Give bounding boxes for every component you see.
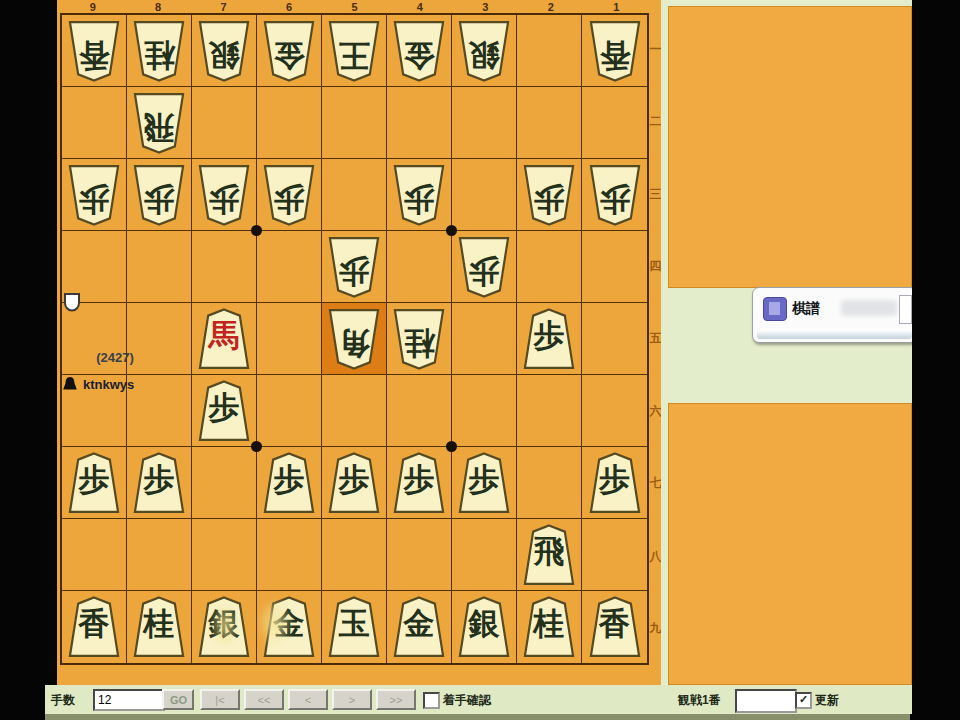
square-2b[interactable] <box>517 87 582 159</box>
square-7f[interactable]: 歩 <box>192 375 257 447</box>
square-4a[interactable]: 金 <box>387 15 452 87</box>
piece-香-sente[interactable]: 香 <box>67 595 122 660</box>
player-rating: (2427) <box>55 350 175 365</box>
piece-歩-sente[interactable]: 歩 <box>67 450 122 515</box>
square-8g[interactable]: 歩 <box>127 447 192 519</box>
square-6h[interactable] <box>257 519 322 591</box>
square-6a[interactable]: 金 <box>257 15 322 87</box>
square-4c[interactable]: 歩 <box>387 159 452 231</box>
shield-icon <box>61 291 83 314</box>
file-label-5: 5 <box>322 0 387 14</box>
censored-name <box>841 300 897 316</box>
square-1f[interactable] <box>582 375 647 447</box>
nav-button-4[interactable]: > <box>332 689 372 710</box>
file-label-6: 6 <box>256 0 321 14</box>
square-6i[interactable]: 金 <box>257 591 322 663</box>
piece-香-sente[interactable]: 香 <box>587 595 642 660</box>
watch-board-label: 観戦1番 <box>678 692 721 709</box>
square-1e[interactable] <box>582 303 647 375</box>
update-label: 更新 <box>815 692 839 709</box>
square-8a[interactable]: 桂 <box>127 15 192 87</box>
nav-button-2[interactable]: << <box>244 689 284 710</box>
player-info-popup[interactable]: 棋譜 <box>752 287 917 343</box>
hoshi-dot <box>446 225 457 236</box>
square-6f[interactable] <box>257 375 322 447</box>
square-7a[interactable]: 銀 <box>192 15 257 87</box>
square-4i[interactable]: 金 <box>387 591 452 663</box>
square-2d[interactable] <box>517 231 582 303</box>
square-8d[interactable] <box>127 231 192 303</box>
piece-金-sente[interactable]: 金 <box>262 595 317 660</box>
piece-歩-sente[interactable]: 歩 <box>327 450 382 515</box>
square-6c[interactable]: 歩 <box>257 159 322 231</box>
piece-桂-sente[interactable]: 桂 <box>132 595 187 660</box>
nav-button-1[interactable]: |< <box>200 689 240 710</box>
square-3d[interactable]: 歩 <box>452 231 517 303</box>
sente-captured-pieces-tray[interactable] <box>668 403 912 685</box>
piece-歩-gote[interactable]: 歩 <box>457 234 512 299</box>
piece-銀-gote[interactable]: 銀 <box>457 18 512 83</box>
square-3h[interactable] <box>452 519 517 591</box>
square-7h[interactable] <box>192 519 257 591</box>
popup-footer-bar <box>757 330 912 339</box>
square-9i[interactable]: 香 <box>62 591 127 663</box>
square-2e[interactable]: 歩 <box>517 303 582 375</box>
square-3e[interactable] <box>452 303 517 375</box>
piece-銀-sente[interactable]: 銀 <box>197 595 252 660</box>
square-5e[interactable]: 角 <box>322 303 387 375</box>
popup-edge-button[interactable] <box>899 295 912 324</box>
file-coordinate-labels: 987654321 <box>60 0 649 14</box>
update-checkbox[interactable]: ✓ <box>795 692 812 709</box>
square-6d[interactable] <box>257 231 322 303</box>
square-5f[interactable] <box>322 375 387 447</box>
square-1d[interactable] <box>582 231 647 303</box>
piece-王-gote[interactable]: 王 <box>327 18 382 83</box>
piece-歩-gote[interactable]: 歩 <box>262 162 317 227</box>
piece-銀-gote[interactable]: 銀 <box>197 18 252 83</box>
file-label-4: 4 <box>387 0 452 14</box>
left-black-band <box>0 0 57 685</box>
shogi-board-area: 987654321 香桂銀金王金銀香飛歩歩歩歩歩歩歩歩歩馬角桂歩歩歩歩歩歩歩歩歩… <box>57 0 661 685</box>
popup-title: 棋譜 <box>792 300 820 318</box>
piece-桂-sente[interactable]: 桂 <box>522 595 577 660</box>
nav-button-3[interactable]: < <box>288 689 328 710</box>
square-7d[interactable] <box>192 231 257 303</box>
piece-歩-sente[interactable]: 歩 <box>457 450 512 515</box>
square-9a[interactable]: 香 <box>62 15 127 87</box>
gote-captured-pieces-tray[interactable] <box>668 6 912 288</box>
square-4g[interactable]: 歩 <box>387 447 452 519</box>
bell-icon <box>60 375 80 395</box>
square-2i[interactable]: 桂 <box>517 591 582 663</box>
piece-香-gote[interactable]: 香 <box>587 18 642 83</box>
watch-board-input[interactable] <box>735 689 797 713</box>
file-label-3: 3 <box>453 0 518 14</box>
piece-歩-sente[interactable]: 歩 <box>587 450 642 515</box>
square-8i[interactable]: 桂 <box>127 591 192 663</box>
piece-金-gote[interactable]: 金 <box>392 18 447 83</box>
square-7c[interactable]: 歩 <box>192 159 257 231</box>
square-9c[interactable]: 歩 <box>62 159 127 231</box>
square-9b[interactable] <box>62 87 127 159</box>
square-8f[interactable] <box>127 375 192 447</box>
square-5c[interactable] <box>322 159 387 231</box>
left-black-band-lower <box>0 685 45 720</box>
square-6b[interactable] <box>257 87 322 159</box>
piece-玉-sente[interactable]: 玉 <box>327 595 382 660</box>
move-count-label: 手数 <box>51 692 75 709</box>
piece-飛-sente[interactable]: 飛 <box>522 522 577 587</box>
square-4d[interactable] <box>387 231 452 303</box>
piece-歩-gote[interactable]: 歩 <box>587 162 642 227</box>
file-label-8: 8 <box>125 0 190 14</box>
square-6e[interactable] <box>257 303 322 375</box>
square-8b[interactable]: 飛 <box>127 87 192 159</box>
piece-金-sente[interactable]: 金 <box>392 595 447 660</box>
piece-角-gote[interactable]: 角 <box>327 306 382 371</box>
piece-歩-gote[interactable]: 歩 <box>522 162 577 227</box>
square-3f[interactable] <box>452 375 517 447</box>
square-3a[interactable]: 銀 <box>452 15 517 87</box>
piece-歩-gote[interactable]: 歩 <box>197 162 252 227</box>
move-confirm-label: 着手確認 <box>443 692 491 709</box>
piece-桂-gote[interactable]: 桂 <box>132 18 187 83</box>
square-2f[interactable] <box>517 375 582 447</box>
file-label-2: 2 <box>518 0 583 14</box>
shogi-client-window: 987654321 香桂銀金王金銀香飛歩歩歩歩歩歩歩歩歩馬角桂歩歩歩歩歩歩歩歩歩… <box>0 0 960 720</box>
square-4e[interactable]: 桂 <box>387 303 452 375</box>
piece-歩-sente[interactable]: 歩 <box>522 306 577 371</box>
square-2a[interactable] <box>517 15 582 87</box>
piece-香-gote[interactable]: 香 <box>67 18 122 83</box>
square-3i[interactable]: 銀 <box>452 591 517 663</box>
hoshi-dot <box>251 441 262 452</box>
square-7g[interactable] <box>192 447 257 519</box>
purple-app-icon <box>763 297 787 321</box>
right-black-band <box>912 0 960 720</box>
piece-歩-sente[interactable]: 歩 <box>132 450 187 515</box>
square-4b[interactable] <box>387 87 452 159</box>
move-confirm-checkbox[interactable] <box>423 692 440 709</box>
hoshi-dot <box>446 441 457 452</box>
square-5a[interactable]: 王 <box>322 15 387 87</box>
toolbar-bottom-strip <box>45 714 910 720</box>
piece-銀-sente[interactable]: 銀 <box>457 595 512 660</box>
square-3g[interactable]: 歩 <box>452 447 517 519</box>
hoshi-dot <box>251 225 262 236</box>
piece-歩-gote[interactable]: 歩 <box>327 234 382 299</box>
square-1g[interactable]: 歩 <box>582 447 647 519</box>
square-5b[interactable] <box>322 87 387 159</box>
square-2h[interactable]: 飛 <box>517 519 582 591</box>
shogi-board-grid: 香桂銀金王金銀香飛歩歩歩歩歩歩歩歩歩馬角桂歩歩歩歩歩歩歩歩歩飛香桂銀金玉金銀桂香 <box>60 13 649 665</box>
square-8h[interactable] <box>127 519 192 591</box>
square-4f[interactable] <box>387 375 452 447</box>
square-3b[interactable] <box>452 87 517 159</box>
player-name[interactable]: ktnkwys <box>83 377 134 392</box>
piece-歩-gote[interactable]: 歩 <box>392 162 447 227</box>
square-5i[interactable]: 玉 <box>322 591 387 663</box>
square-7i[interactable]: 銀 <box>192 591 257 663</box>
piece-歩-gote[interactable]: 歩 <box>67 162 122 227</box>
square-1a[interactable]: 香 <box>582 15 647 87</box>
square-5h[interactable] <box>322 519 387 591</box>
square-4h[interactable] <box>387 519 452 591</box>
square-6g[interactable]: 歩 <box>257 447 322 519</box>
piece-金-gote[interactable]: 金 <box>262 18 317 83</box>
square-3c[interactable] <box>452 159 517 231</box>
nav-button-5[interactable]: >> <box>376 689 416 710</box>
piece-歩-sente[interactable]: 歩 <box>262 450 317 515</box>
square-2c[interactable]: 歩 <box>517 159 582 231</box>
go-button[interactable]: GO <box>162 689 194 710</box>
square-9g[interactable]: 歩 <box>62 447 127 519</box>
file-label-1: 1 <box>584 0 649 14</box>
square-7e[interactable]: 馬 <box>192 303 257 375</box>
square-7b[interactable] <box>192 87 257 159</box>
piece-歩-sente[interactable]: 歩 <box>392 450 447 515</box>
piece-歩-sente[interactable]: 歩 <box>197 378 252 443</box>
square-9h[interactable] <box>62 519 127 591</box>
bottom-toolbar: 手数 GO |<<<<>>> 着手確認 観戦1番 ✓ 更新 <box>45 685 912 714</box>
move-number-input[interactable] <box>93 689 165 711</box>
piece-桂-gote[interactable]: 桂 <box>392 306 447 371</box>
square-1b[interactable] <box>582 87 647 159</box>
piece-飛-gote[interactable]: 飛 <box>132 90 187 155</box>
square-5g[interactable]: 歩 <box>322 447 387 519</box>
piece-馬-sente[interactable]: 馬 <box>197 306 252 371</box>
square-8c[interactable]: 歩 <box>127 159 192 231</box>
piece-歩-gote[interactable]: 歩 <box>132 162 187 227</box>
square-1c[interactable]: 歩 <box>582 159 647 231</box>
square-5d[interactable]: 歩 <box>322 231 387 303</box>
square-1h[interactable] <box>582 519 647 591</box>
file-label-7: 7 <box>191 0 256 14</box>
file-label-9: 9 <box>60 0 125 14</box>
square-1i[interactable]: 香 <box>582 591 647 663</box>
square-2g[interactable] <box>517 447 582 519</box>
